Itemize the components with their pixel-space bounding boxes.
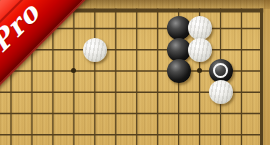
white-stone-R15 [209,80,233,104]
white-stone-Q18 [188,16,212,40]
go-board-screenshot: Pro [0,0,270,145]
white-stone-L17 [83,38,107,62]
black-stone-P16 [167,59,191,83]
star-point-Q16 [197,68,202,73]
white-stone-Q17 [188,38,212,62]
star-point-K16 [71,68,76,73]
black-stone-P18 [167,16,191,40]
